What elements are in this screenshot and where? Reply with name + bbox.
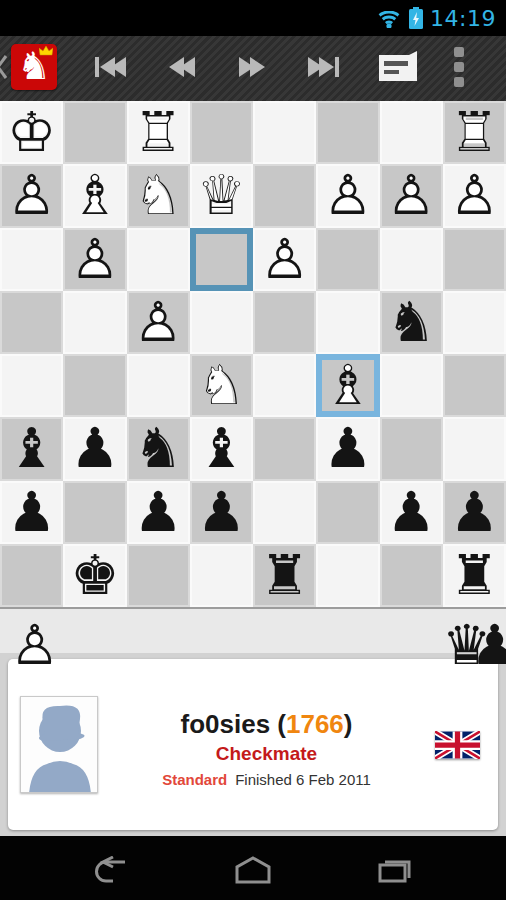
square-h2[interactable]: ♟♙ (0, 164, 63, 227)
clock: 14:19 (430, 6, 496, 31)
black-r-piece: ♜ (253, 544, 316, 607)
white-r-piece: ♜ (443, 101, 506, 164)
square-c3[interactable] (316, 228, 379, 291)
white-p-piece-outline: ♙ (253, 228, 316, 291)
skip-next-button[interactable] (302, 47, 345, 87)
action-bar: ♞ (0, 36, 506, 101)
square-e5[interactable]: ♞♘ (190, 354, 253, 417)
square-c7[interactable] (316, 481, 379, 544)
square-g8[interactable]: ♚ (63, 544, 126, 607)
white-p-piece: ♟ (443, 164, 506, 227)
square-a6[interactable] (443, 417, 506, 480)
home-button[interactable] (221, 848, 285, 892)
recents-icon (377, 856, 413, 884)
square-a2[interactable]: ♟♙ (443, 164, 506, 227)
crown-icon (39, 46, 53, 56)
captured-piece-bP: ♟ (470, 614, 496, 648)
square-h4[interactable] (0, 291, 63, 354)
square-h7[interactable]: ♟ (0, 481, 63, 544)
chat-bubble-icon (377, 51, 419, 83)
square-c5[interactable]: ♝♗ (316, 354, 379, 417)
square-d3[interactable]: ♟♙ (253, 228, 316, 291)
white-p-piece-outline: ♙ (127, 291, 190, 354)
black-b-piece: ♝ (190, 417, 253, 480)
black-p-piece: ♟ (316, 417, 379, 480)
white-p-piece-outline: ♙ (63, 228, 126, 291)
white-q-piece-outline: ♕ (190, 164, 253, 227)
black-p-piece: ♟ (380, 481, 443, 544)
square-d7[interactable] (253, 481, 316, 544)
game-meta: StandardFinished 6 Feb 2011 (98, 771, 435, 788)
black-p-piece: ♟ (470, 614, 496, 648)
app-logo[interactable]: ♞ (11, 44, 57, 90)
white-b-piece: ♝ (316, 354, 379, 417)
player-card[interactable]: fo0sies (1766) Checkmate StandardFinishe… (8, 659, 498, 830)
square-d5[interactable] (253, 354, 316, 417)
android-nav-bar (0, 836, 506, 900)
square-b7[interactable]: ♟ (380, 481, 443, 544)
player-rating: 1766 (286, 709, 344, 739)
white-p-piece: ♟ (316, 164, 379, 227)
white-r-piece: ♜ (127, 101, 190, 164)
status-bar: 14:19 (0, 0, 506, 36)
captured-by-black: ♟♙ (10, 614, 36, 648)
square-c4[interactable] (316, 291, 379, 354)
square-d2[interactable] (253, 164, 316, 227)
square-g4[interactable] (63, 291, 126, 354)
white-p-piece-outline: ♙ (10, 614, 36, 648)
black-n-piece: ♞ (127, 417, 190, 480)
square-c1[interactable] (316, 101, 379, 164)
square-b6[interactable] (380, 417, 443, 480)
square-e2[interactable]: ♛♕ (190, 164, 253, 227)
avatar[interactable] (20, 696, 98, 793)
square-d1[interactable] (253, 101, 316, 164)
white-n-piece: ♞ (190, 354, 253, 417)
white-p-piece: ♟ (0, 164, 63, 227)
playback-controls (57, 36, 500, 97)
square-b3[interactable] (380, 228, 443, 291)
white-b-piece: ♝ (63, 164, 126, 227)
square-c8[interactable] (316, 544, 379, 607)
black-p-piece: ♟ (127, 481, 190, 544)
square-h6[interactable]: ♝ (0, 417, 63, 480)
square-d8[interactable]: ♜ (253, 544, 316, 607)
square-a4[interactable] (443, 291, 506, 354)
white-p-piece: ♟ (253, 228, 316, 291)
square-e7[interactable]: ♟ (190, 481, 253, 544)
white-b-piece-outline: ♗ (63, 164, 126, 227)
game-result: Checkmate (98, 743, 435, 765)
home-icon (235, 856, 271, 884)
square-b8[interactable] (380, 544, 443, 607)
phone-screen: 14:19 ♞ (0, 0, 506, 900)
square-h1[interactable]: ♚♔ (0, 101, 63, 164)
square-e8[interactable] (190, 544, 253, 607)
square-g2[interactable]: ♝♗ (63, 164, 126, 227)
square-f4[interactable]: ♟♙ (127, 291, 190, 354)
square-a1[interactable]: ♜♖ (443, 101, 506, 164)
white-q-piece: ♛ (190, 164, 253, 227)
black-q-piece: ♛ (442, 614, 468, 648)
white-p-piece-outline: ♙ (0, 164, 63, 227)
white-r-piece-outline: ♖ (127, 101, 190, 164)
back-button[interactable] (79, 848, 143, 892)
square-f5[interactable] (127, 354, 190, 417)
chess-board: ♚♔♜♖♜♖♟♙♝♗♞♘♛♕♟♙♟♙♟♙♟♙♟♙♟♙♞♞♘♝♗♝♟♞♝♟♟♟♟♟… (0, 101, 506, 607)
white-n-piece: ♞ (127, 164, 190, 227)
game-finished-date: Finished 6 Feb 2011 (235, 771, 371, 788)
white-n-piece-outline: ♘ (190, 354, 253, 417)
square-f8[interactable] (127, 544, 190, 607)
square-c6[interactable]: ♟ (316, 417, 379, 480)
white-b-piece-outline: ♗ (316, 354, 379, 417)
fast-rewind-button[interactable] (163, 47, 201, 87)
skip-previous-button[interactable] (89, 47, 132, 87)
black-p-piece: ♟ (0, 481, 63, 544)
back-arrow-icon (91, 856, 131, 884)
square-e1[interactable] (190, 101, 253, 164)
square-a3[interactable] (443, 228, 506, 291)
black-k-piece: ♚ (63, 544, 126, 607)
game-mode: Standard (162, 771, 227, 788)
captured-pieces-tray: ♟♙ ♛♟ (0, 607, 506, 653)
black-p-piece: ♟ (190, 481, 253, 544)
square-b1[interactable] (380, 101, 443, 164)
white-n-piece-outline: ♘ (127, 164, 190, 227)
square-a5[interactable] (443, 354, 506, 417)
square-b5[interactable] (380, 354, 443, 417)
player-name: fo0sies (1766) (98, 709, 435, 740)
black-p-piece: ♟ (443, 481, 506, 544)
black-r-piece: ♜ (443, 544, 506, 607)
square-f6[interactable]: ♞ (127, 417, 190, 480)
square-g7[interactable] (63, 481, 126, 544)
square-c2[interactable]: ♟♙ (316, 164, 379, 227)
square-b4[interactable]: ♞ (380, 291, 443, 354)
chat-button[interactable] (377, 51, 419, 83)
white-p-piece: ♟ (63, 228, 126, 291)
white-p-piece: ♟ (127, 291, 190, 354)
white-k-piece: ♚ (0, 101, 63, 164)
square-f2[interactable]: ♞♘ (127, 164, 190, 227)
square-a8[interactable]: ♜ (443, 544, 506, 607)
battery-charging-icon (409, 7, 423, 29)
square-g3[interactable]: ♟♙ (63, 228, 126, 291)
square-f1[interactable]: ♜♖ (127, 101, 190, 164)
fast-forward-button[interactable] (233, 47, 271, 87)
square-f7[interactable]: ♟ (127, 481, 190, 544)
white-p-piece-outline: ♙ (443, 164, 506, 227)
card-area: fo0sies (1766) Checkmate StandardFinishe… (0, 653, 506, 836)
player-info: fo0sies (1766) Checkmate StandardFinishe… (98, 701, 435, 788)
square-h3[interactable] (0, 228, 63, 291)
square-g1[interactable] (63, 101, 126, 164)
square-h8[interactable] (0, 544, 63, 607)
square-g5[interactable] (63, 354, 126, 417)
wifi-icon (376, 8, 402, 28)
white-r-piece-outline: ♖ (443, 101, 506, 164)
recents-button[interactable] (363, 848, 427, 892)
square-h5[interactable] (0, 354, 63, 417)
square-d6[interactable] (253, 417, 316, 480)
white-k-piece-outline: ♔ (0, 101, 63, 164)
captured-by-white: ♛♟ (442, 614, 496, 648)
white-p-piece-outline: ♙ (380, 164, 443, 227)
white-p-piece: ♟ (380, 164, 443, 227)
square-e6[interactable]: ♝ (190, 417, 253, 480)
square-f3[interactable] (127, 228, 190, 291)
black-b-piece: ♝ (0, 417, 63, 480)
square-a7[interactable]: ♟ (443, 481, 506, 544)
square-e4[interactable] (190, 291, 253, 354)
back-chevron-icon[interactable] (0, 45, 9, 89)
uk-flag-icon (435, 731, 480, 759)
square-g6[interactable]: ♟ (63, 417, 126, 480)
captured-piece-wP: ♟♙ (10, 614, 36, 648)
square-d4[interactable] (253, 291, 316, 354)
black-p-piece: ♟ (63, 417, 126, 480)
black-n-piece: ♞ (380, 291, 443, 354)
captured-piece-bQ: ♛ (442, 614, 468, 648)
white-p-piece-outline: ♙ (316, 164, 379, 227)
square-b2[interactable]: ♟♙ (380, 164, 443, 227)
square-e3[interactable] (190, 228, 253, 291)
white-p-piece: ♟ (10, 614, 36, 648)
overflow-menu-button[interactable] (450, 43, 468, 91)
